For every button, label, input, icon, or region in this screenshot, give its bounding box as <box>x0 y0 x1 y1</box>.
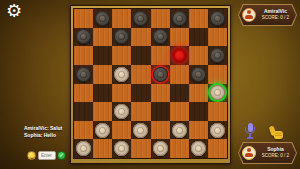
microphone-base <box>247 137 253 139</box>
light-square <box>93 139 112 158</box>
dark-square[interactable] <box>189 28 208 47</box>
player-name: AmiralVic <box>257 8 294 15</box>
light-piece-selected[interactable] <box>210 85 225 100</box>
light-square <box>170 102 189 121</box>
light-piece[interactable] <box>76 141 91 156</box>
chat-message: Sophia: Hello <box>24 132 84 139</box>
dark-piece[interactable] <box>76 67 91 82</box>
light-square <box>74 9 93 28</box>
light-square <box>189 121 208 140</box>
thumbs-up-icon[interactable] <box>269 126 285 140</box>
dark-square[interactable] <box>208 121 227 140</box>
light-square <box>189 9 208 28</box>
light-piece[interactable] <box>114 141 129 156</box>
chat-text-input[interactable] <box>38 151 56 160</box>
dark-square[interactable] <box>189 65 208 84</box>
dark-piece[interactable] <box>191 67 206 82</box>
chat-log: AmiralVic: Salut Sophia: Hello <box>24 125 84 138</box>
light-square <box>131 102 150 121</box>
checkers-game-screen: ⚙ AmiralVic: Salut Sophia: Hello ✓ Amira… <box>0 0 300 169</box>
player-panel-top: AmiralVic SCORE: 0 / 2 <box>238 4 297 26</box>
dark-square[interactable] <box>131 121 150 140</box>
light-square <box>208 28 227 47</box>
checkers-board[interactable] <box>73 8 228 159</box>
dark-piece-threatened[interactable] <box>153 67 168 82</box>
dark-piece[interactable] <box>95 11 110 26</box>
dark-square[interactable] <box>93 9 112 28</box>
dark-square[interactable] <box>112 28 131 47</box>
player-panel-bottom: Sophia SCORE: 0 / 2 <box>238 142 297 164</box>
light-square <box>131 65 150 84</box>
dark-square[interactable] <box>189 139 208 158</box>
light-square <box>93 102 112 121</box>
light-piece[interactable] <box>210 123 225 138</box>
red-highlight-piece[interactable] <box>172 48 187 63</box>
light-square <box>112 121 131 140</box>
avatar <box>242 8 256 22</box>
dark-square[interactable] <box>74 102 93 121</box>
dark-piece[interactable] <box>114 29 129 44</box>
board-frame <box>70 5 231 164</box>
dark-square[interactable] <box>151 102 170 121</box>
light-square <box>208 139 227 158</box>
light-square <box>170 28 189 47</box>
light-square <box>151 84 170 103</box>
dark-square[interactable] <box>131 46 150 65</box>
dark-square[interactable] <box>93 46 112 65</box>
dark-square[interactable] <box>131 9 150 28</box>
light-square <box>112 84 131 103</box>
dark-square[interactable] <box>131 84 150 103</box>
light-square <box>151 46 170 65</box>
dark-square[interactable] <box>151 139 170 158</box>
light-square <box>93 28 112 47</box>
player-name: Sophia <box>257 146 294 153</box>
dark-square[interactable] <box>189 102 208 121</box>
send-checkmark-icon[interactable]: ✓ <box>57 151 66 160</box>
thumb-finger-lines <box>275 132 282 137</box>
settings-gear-icon[interactable]: ⚙ <box>6 0 22 22</box>
light-piece[interactable] <box>114 67 129 82</box>
microphone-icon[interactable] <box>244 123 256 139</box>
light-square <box>170 139 189 158</box>
emoji-smiley-icon[interactable] <box>27 151 36 160</box>
dark-square[interactable] <box>74 28 93 47</box>
dark-square[interactable] <box>151 28 170 47</box>
light-square <box>112 46 131 65</box>
dark-piece[interactable] <box>133 11 148 26</box>
dark-square[interactable] <box>112 102 131 121</box>
light-square <box>112 9 131 28</box>
dark-square[interactable] <box>170 9 189 28</box>
dark-square[interactable] <box>151 65 170 84</box>
light-square <box>93 65 112 84</box>
dark-square[interactable] <box>170 46 189 65</box>
light-piece[interactable] <box>133 123 148 138</box>
light-square <box>151 9 170 28</box>
light-square <box>151 121 170 140</box>
player-score: SCORE: 0 / 2 <box>257 15 294 21</box>
dark-square[interactable] <box>208 46 227 65</box>
dark-square[interactable] <box>93 121 112 140</box>
light-square <box>189 46 208 65</box>
dark-square[interactable] <box>208 84 227 103</box>
dark-square[interactable] <box>74 139 93 158</box>
light-square <box>74 46 93 65</box>
dark-square[interactable] <box>170 121 189 140</box>
microphone-arc <box>245 127 255 134</box>
dark-square[interactable] <box>112 139 131 158</box>
light-square <box>131 28 150 47</box>
light-square <box>208 102 227 121</box>
dark-piece[interactable] <box>172 11 187 26</box>
player-score: SCORE: 0 / 2 <box>257 153 294 159</box>
light-piece[interactable] <box>172 123 187 138</box>
dark-piece[interactable] <box>153 29 168 44</box>
light-piece[interactable] <box>95 123 110 138</box>
dark-square[interactable] <box>170 84 189 103</box>
light-square <box>170 65 189 84</box>
light-square <box>208 65 227 84</box>
light-piece[interactable] <box>114 104 129 119</box>
dark-square[interactable] <box>112 65 131 84</box>
dark-piece[interactable] <box>210 48 225 63</box>
dark-piece[interactable] <box>76 29 91 44</box>
light-square <box>74 84 93 103</box>
light-piece[interactable] <box>191 141 206 156</box>
light-square <box>189 84 208 103</box>
dark-square[interactable] <box>93 84 112 103</box>
dark-square[interactable] <box>74 65 93 84</box>
light-square <box>131 139 150 158</box>
dark-square[interactable] <box>208 9 227 28</box>
light-piece[interactable] <box>153 141 168 156</box>
avatar <box>242 146 256 160</box>
dark-piece[interactable] <box>210 11 225 26</box>
